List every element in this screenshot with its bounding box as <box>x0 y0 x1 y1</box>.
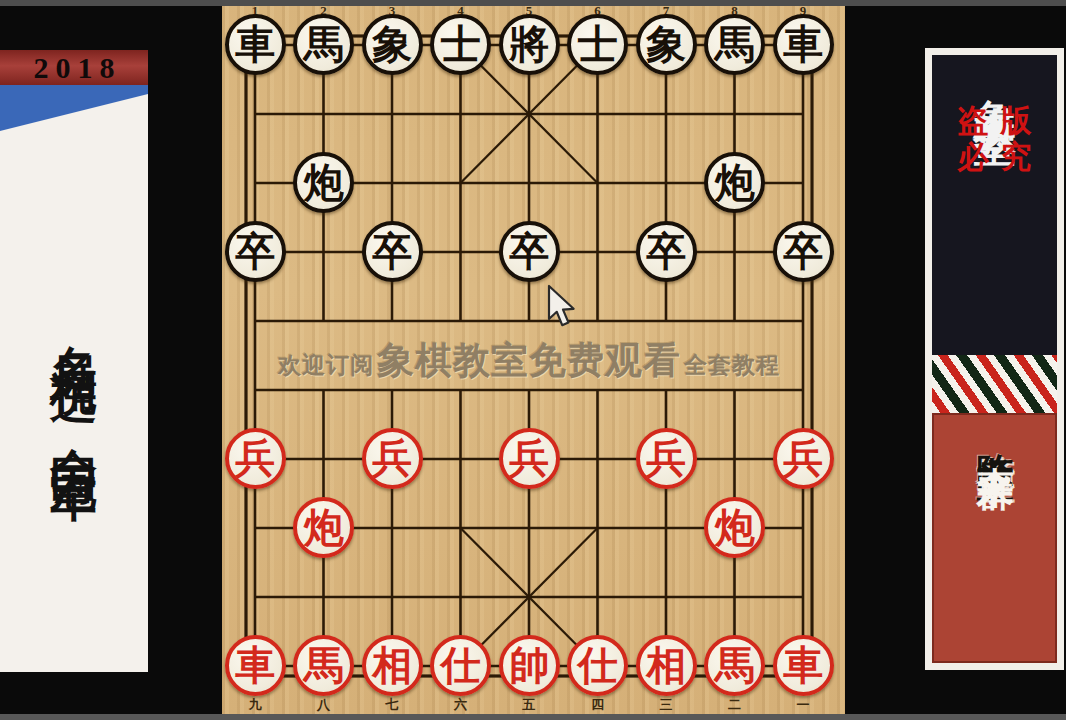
board-point-2-10: 馬 <box>290 631 359 700</box>
board-point-8-4 <box>701 217 770 286</box>
board-point-5-6 <box>495 355 564 424</box>
board-point-7-4: 卒 <box>632 217 701 286</box>
top-letterbox-strip <box>0 0 1066 6</box>
file-label-bottom: 三 <box>653 696 679 714</box>
file-label-bottom: 一 <box>790 696 816 714</box>
black-piece-卒[interactable]: 卒 <box>773 221 834 282</box>
board-point-3-7: 兵 <box>358 424 427 493</box>
board-point-9-4: 卒 <box>769 217 838 286</box>
red-piece-車[interactable]: 車 <box>225 635 286 696</box>
piracy-warning: 盗版 必究 <box>946 103 1044 175</box>
red-piece-相[interactable]: 相 <box>636 635 697 696</box>
channel-title: 象棋教室 <box>967 65 1023 97</box>
board-point-9-1: 車 <box>769 10 838 79</box>
diagonal-stripes-decoration <box>932 355 1057 413</box>
year-band: 2018 <box>0 50 148 85</box>
board-point-6-3 <box>564 148 633 217</box>
black-piece-將[interactable]: 將 <box>499 14 560 75</box>
red-piece-馬[interactable]: 馬 <box>293 635 354 696</box>
file-label-bottom: 九 <box>242 696 268 714</box>
board-point-3-9 <box>358 562 427 631</box>
board-point-9-10: 車 <box>769 631 838 700</box>
board-point-5-8 <box>495 493 564 562</box>
board-point-8-9 <box>701 562 770 631</box>
board-point-9-8 <box>769 493 838 562</box>
board-point-4-6 <box>427 355 496 424</box>
board-point-6-7 <box>564 424 633 493</box>
board-point-6-1: 士 <box>564 10 633 79</box>
board-point-4-10: 仕 <box>427 631 496 700</box>
board-point-6-9 <box>564 562 633 631</box>
board-point-4-7 <box>427 424 496 493</box>
board-point-2-6 <box>290 355 359 424</box>
red-piece-炮[interactable]: 炮 <box>293 497 354 558</box>
file-label-bottom: 八 <box>311 696 337 714</box>
board-point-4-8 <box>427 493 496 562</box>
board-point-9-7: 兵 <box>769 424 838 493</box>
board-point-7-6 <box>632 355 701 424</box>
board-point-1-10: 車 <box>221 631 290 700</box>
file-label-bottom: 二 <box>722 696 748 714</box>
board-point-8-5 <box>701 286 770 355</box>
board-point-8-2 <box>701 79 770 148</box>
board-point-6-2 <box>564 79 633 148</box>
black-piece-卒[interactable]: 卒 <box>225 221 286 282</box>
board-point-5-10: 帥 <box>495 631 564 700</box>
player-name-top: 陈孝堃 <box>935 423 1055 435</box>
board-point-2-4 <box>290 217 359 286</box>
video-frame: 2018 名局精选·全国冠军 123456789 欢迎订阅 象棋教室免费观看 全… <box>0 0 1066 720</box>
board-point-8-6 <box>701 355 770 424</box>
year-label: 2018 <box>27 51 122 85</box>
board-point-1-2 <box>221 79 290 148</box>
board-point-7-5 <box>632 286 701 355</box>
board-point-7-7: 兵 <box>632 424 701 493</box>
red-piece-兵[interactable]: 兵 <box>225 428 286 489</box>
black-piece-馬[interactable]: 馬 <box>704 14 765 75</box>
file-label-bottom: 四 <box>585 696 611 714</box>
black-piece-馬[interactable]: 馬 <box>293 14 354 75</box>
player-name-bottom: 李来群 <box>935 437 1055 449</box>
board-point-5-9 <box>495 562 564 631</box>
black-piece-車[interactable]: 車 <box>773 14 834 75</box>
red-piece-兵[interactable]: 兵 <box>636 428 697 489</box>
board-point-2-2 <box>290 79 359 148</box>
board-point-1-3 <box>221 148 290 217</box>
piracy-warning-line1: 盗版 <box>946 103 1044 139</box>
board-point-9-9 <box>769 562 838 631</box>
board-point-8-8: 炮 <box>701 493 770 562</box>
board-point-4-2 <box>427 79 496 148</box>
board-point-3-1: 象 <box>358 10 427 79</box>
red-piece-兵[interactable]: 兵 <box>362 428 423 489</box>
black-piece-象[interactable]: 象 <box>636 14 697 75</box>
board-point-5-3 <box>495 148 564 217</box>
board-point-4-5 <box>427 286 496 355</box>
red-piece-馬[interactable]: 馬 <box>704 635 765 696</box>
black-piece-卒[interactable]: 卒 <box>362 221 423 282</box>
file-label-bottom: 七 <box>379 696 405 714</box>
board-point-2-8: 炮 <box>290 493 359 562</box>
board-point-3-8 <box>358 493 427 562</box>
black-piece-炮[interactable]: 炮 <box>293 152 354 213</box>
black-piece-士[interactable]: 士 <box>430 14 491 75</box>
series-title: 名局精选·全国冠军 <box>0 90 148 668</box>
board-point-1-8 <box>221 493 290 562</box>
board-point-5-7: 兵 <box>495 424 564 493</box>
board-point-1-1: 車 <box>221 10 290 79</box>
black-piece-士[interactable]: 士 <box>567 14 628 75</box>
board-point-7-10: 相 <box>632 631 701 700</box>
black-piece-炮[interactable]: 炮 <box>704 152 765 213</box>
board-point-7-1: 象 <box>632 10 701 79</box>
black-piece-車[interactable]: 車 <box>225 14 286 75</box>
board-point-2-1: 馬 <box>290 10 359 79</box>
board-point-3-10: 相 <box>358 631 427 700</box>
board-point-4-4 <box>427 217 496 286</box>
red-piece-炮[interactable]: 炮 <box>704 497 765 558</box>
red-piece-相[interactable]: 相 <box>362 635 423 696</box>
board-point-1-5 <box>221 286 290 355</box>
board-point-1-9 <box>221 562 290 631</box>
mouse-cursor <box>546 284 580 330</box>
board-point-3-3 <box>358 148 427 217</box>
board-point-6-6 <box>564 355 633 424</box>
piracy-warning-line2: 必究 <box>946 139 1044 175</box>
red-piece-車[interactable]: 車 <box>773 635 834 696</box>
bottom-letterbox-strip <box>0 714 1066 720</box>
red-piece-帥[interactable]: 帥 <box>499 635 560 696</box>
board-point-8-3: 炮 <box>701 148 770 217</box>
board-point-6-4 <box>564 217 633 286</box>
board-point-9-6 <box>769 355 838 424</box>
board-point-4-1: 士 <box>427 10 496 79</box>
board-point-8-10: 馬 <box>701 631 770 700</box>
board-point-2-7 <box>290 424 359 493</box>
board-point-9-3 <box>769 148 838 217</box>
board-point-1-7: 兵 <box>221 424 290 493</box>
board-point-6-10: 仕 <box>564 631 633 700</box>
black-piece-卒[interactable]: 卒 <box>636 221 697 282</box>
black-piece-卒[interactable]: 卒 <box>499 221 560 282</box>
board-point-9-5 <box>769 286 838 355</box>
board-point-7-3 <box>632 148 701 217</box>
red-piece-仕[interactable]: 仕 <box>567 635 628 696</box>
board-point-3-5 <box>358 286 427 355</box>
black-piece-象[interactable]: 象 <box>362 14 423 75</box>
board-point-7-8 <box>632 493 701 562</box>
board-point-9-2 <box>769 79 838 148</box>
xiangqi-board: 123456789 欢迎订阅 象棋教室免费观看 全套教程 車馬象士將士象馬車炮炮… <box>222 0 845 716</box>
board-point-7-2 <box>632 79 701 148</box>
file-label-bottom: 五 <box>516 696 542 714</box>
board-point-3-6 <box>358 355 427 424</box>
left-banner: 2018 名局精选·全国冠军 <box>0 50 148 672</box>
board-point-8-1: 馬 <box>701 10 770 79</box>
board-point-4-9 <box>427 562 496 631</box>
board-point-8-7 <box>701 424 770 493</box>
board-point-1-4: 卒 <box>221 217 290 286</box>
board-point-1-6 <box>221 355 290 424</box>
file-label-bottom: 六 <box>448 696 474 714</box>
red-piece-兵[interactable]: 兵 <box>773 428 834 489</box>
board-point-2-9 <box>290 562 359 631</box>
board-point-5-4: 卒 <box>495 217 564 286</box>
board-point-2-5 <box>290 286 359 355</box>
board-point-5-2 <box>495 79 564 148</box>
board-point-3-4: 卒 <box>358 217 427 286</box>
players-panel: 陈孝堃 李来群 <box>932 413 1057 663</box>
board-point-7-9 <box>632 562 701 631</box>
board-point-3-2 <box>358 79 427 148</box>
board-point-6-8 <box>564 493 633 562</box>
right-banner: 象棋教室 盗版 必究 陈孝堃 李来群 <box>925 48 1064 670</box>
board-point-4-3 <box>427 148 496 217</box>
red-piece-仕[interactable]: 仕 <box>430 635 491 696</box>
pieces-layer: 車馬象士將士象馬車炮炮卒卒卒卒卒兵兵兵兵兵炮炮車馬相仕帥仕相馬車 <box>221 10 838 700</box>
red-piece-兵[interactable]: 兵 <box>499 428 560 489</box>
channel-panel: 象棋教室 盗版 必究 <box>932 55 1057 355</box>
board-point-5-1: 將 <box>495 10 564 79</box>
board-point-2-3: 炮 <box>290 148 359 217</box>
